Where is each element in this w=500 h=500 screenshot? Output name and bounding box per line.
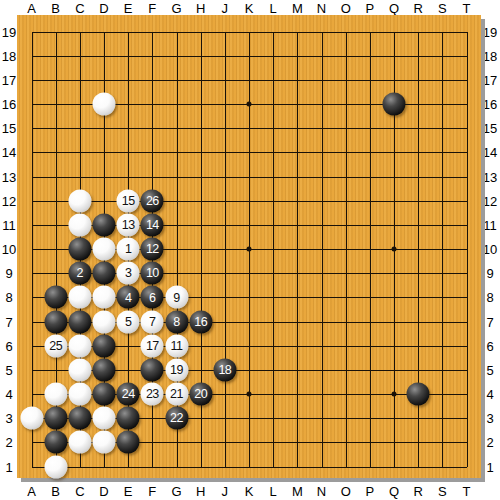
grid-line [442, 32, 443, 467]
stone-white [68, 358, 91, 381]
star-point [247, 102, 252, 107]
row-label: 11 [2, 217, 16, 232]
stone-black-move-16: 16 [189, 310, 212, 333]
stone-white [44, 455, 67, 478]
row-label: 19 [2, 24, 16, 39]
stone-black [93, 334, 116, 357]
row-label: 6 [486, 338, 493, 353]
row-label: 3 [486, 411, 493, 426]
row-label: 8 [5, 290, 12, 305]
column-label: H [196, 484, 205, 499]
column-label: L [270, 1, 277, 16]
stone-black [383, 93, 406, 116]
column-label: H [196, 1, 205, 16]
column-label: J [222, 1, 229, 16]
stone-black-move-24: 24 [117, 383, 140, 406]
stone-white [20, 407, 43, 430]
stone-white-move-11: 11 [165, 334, 188, 357]
stone-white-move-17: 17 [141, 334, 164, 357]
row-label: 6 [5, 338, 12, 353]
stone-black-move-26: 26 [141, 189, 164, 212]
column-label: Q [389, 1, 399, 16]
stone-white-move-13: 13 [117, 213, 140, 236]
column-label: B [51, 1, 60, 16]
row-label: 7 [5, 314, 12, 329]
stone-white [68, 334, 91, 357]
row-label: 2 [5, 435, 12, 450]
stone-black [68, 407, 91, 430]
stone-black [93, 213, 116, 236]
stone-black [68, 238, 91, 261]
stone-white-move-19: 19 [165, 358, 188, 381]
row-label: 5 [5, 362, 12, 377]
stone-white [93, 93, 116, 116]
star-point [392, 247, 397, 252]
column-label: R [414, 484, 423, 499]
stone-black [44, 286, 67, 309]
column-label: N [317, 484, 326, 499]
row-label: 1 [486, 459, 493, 474]
row-label: 9 [5, 266, 12, 281]
column-label: T [463, 1, 471, 16]
grid-line [346, 32, 347, 467]
row-label: 14 [2, 145, 16, 160]
row-label: 13 [483, 169, 497, 184]
column-label: A [27, 1, 36, 16]
row-label: 2 [486, 435, 493, 450]
column-label: M [292, 484, 303, 499]
stone-black-move-14: 14 [141, 213, 164, 236]
stone-white-move-7: 7 [141, 310, 164, 333]
stone-black-move-20: 20 [189, 383, 212, 406]
column-label: K [245, 1, 254, 16]
stone-black-move-8: 8 [165, 310, 188, 333]
stone-black [93, 358, 116, 381]
row-label: 4 [486, 387, 493, 402]
stone-black-move-22: 22 [165, 407, 188, 430]
stone-black [407, 383, 430, 406]
stone-white-move-9: 9 [165, 286, 188, 309]
stone-white [68, 213, 91, 236]
grid-line [297, 32, 298, 467]
stone-white [44, 383, 67, 406]
column-label: S [438, 1, 447, 16]
row-label: 17 [2, 72, 16, 87]
column-label: P [366, 484, 375, 499]
stone-white-move-23: 23 [141, 383, 164, 406]
stone-black [141, 358, 164, 381]
column-label: C [75, 484, 84, 499]
row-label: 17 [483, 72, 497, 87]
column-label: T [463, 484, 471, 499]
column-label: E [124, 1, 133, 16]
column-label: J [222, 484, 229, 499]
stone-white [68, 286, 91, 309]
column-label: M [292, 1, 303, 16]
stone-white [68, 431, 91, 454]
row-label: 18 [483, 48, 497, 63]
column-label: K [245, 484, 254, 499]
row-label: 12 [2, 193, 16, 208]
stone-black [44, 407, 67, 430]
column-label: G [171, 1, 181, 16]
row-label: 3 [5, 411, 12, 426]
board-surface: 1526131411223104695781625171119182423212… [17, 15, 481, 478]
column-label: L [270, 484, 277, 499]
row-label: 9 [486, 266, 493, 281]
stone-white [68, 383, 91, 406]
column-label: C [75, 1, 84, 16]
stone-white [68, 189, 91, 212]
stone-black [93, 262, 116, 285]
stone-black [68, 310, 91, 333]
column-label: B [51, 484, 60, 499]
stone-white [93, 286, 116, 309]
row-label: 14 [483, 145, 497, 160]
column-label: D [99, 1, 108, 16]
stone-black [117, 431, 140, 454]
row-label: 16 [483, 97, 497, 112]
stone-black-move-4: 4 [117, 286, 140, 309]
row-label: 7 [486, 314, 493, 329]
column-label: S [438, 484, 447, 499]
row-label: 10 [2, 242, 16, 257]
stone-white-move-21: 21 [165, 383, 188, 406]
row-label: 8 [486, 290, 493, 305]
row-label: 15 [2, 121, 16, 136]
stone-white [93, 238, 116, 261]
stone-black-move-10: 10 [141, 262, 164, 285]
column-label: N [317, 1, 326, 16]
stone-black-move-12: 12 [141, 238, 164, 261]
column-label: O [341, 1, 351, 16]
star-point [247, 392, 252, 397]
stone-black-move-6: 6 [141, 286, 164, 309]
column-label: P [366, 1, 375, 16]
row-label: 13 [2, 169, 16, 184]
row-label: 16 [2, 97, 16, 112]
stone-white-move-5: 5 [117, 310, 140, 333]
grid-line [322, 32, 323, 467]
column-label: A [27, 484, 36, 499]
go-board-diagram: ABCDEFGHJKLMNOPQRST 19181716151413121110… [0, 0, 500, 500]
stone-white-move-15: 15 [117, 189, 140, 212]
row-label: 4 [5, 387, 12, 402]
row-label: 1 [5, 459, 12, 474]
row-label: 19 [483, 24, 497, 39]
stone-white-move-25: 25 [44, 334, 67, 357]
grid-line [467, 32, 468, 467]
row-label: 12 [483, 193, 497, 208]
row-label: 5 [486, 362, 493, 377]
stone-black [44, 431, 67, 454]
column-label: G [171, 484, 181, 499]
star-point [392, 392, 397, 397]
stone-black [93, 383, 116, 406]
row-label: 18 [2, 48, 16, 63]
column-label: Q [389, 484, 399, 499]
stone-black-move-18: 18 [213, 358, 236, 381]
stone-black [44, 310, 67, 333]
stone-white [93, 431, 116, 454]
grid-line [32, 467, 467, 468]
row-label: 15 [483, 121, 497, 136]
column-label: R [414, 1, 423, 16]
row-label: 10 [483, 242, 497, 257]
column-label: F [148, 484, 156, 499]
stone-white [93, 310, 116, 333]
column-label: D [99, 484, 108, 499]
stone-white-move-1: 1 [117, 238, 140, 261]
star-point [247, 247, 252, 252]
stone-black-move-2: 2 [68, 262, 91, 285]
stone-black [117, 407, 140, 430]
grid-line [273, 32, 274, 467]
column-label: F [148, 1, 156, 16]
stone-white-move-3: 3 [117, 262, 140, 285]
stone-white [93, 407, 116, 430]
grid-line [370, 32, 371, 467]
column-label: E [124, 484, 133, 499]
row-label: 11 [483, 217, 497, 232]
column-label: O [341, 484, 351, 499]
